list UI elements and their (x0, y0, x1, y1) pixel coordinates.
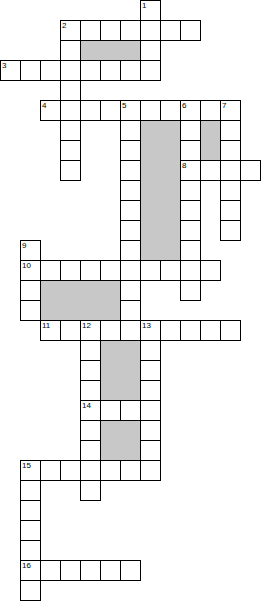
cell-r28-c2[interactable] (40, 560, 61, 581)
cell-r5-c2[interactable]: 4 (40, 100, 61, 121)
cell-r3-c4[interactable] (80, 60, 101, 81)
crossword-board: 12345678910111213141516 (0, 0, 261, 601)
cell-r11-c6[interactable] (120, 220, 141, 241)
cell-r16-c11[interactable] (220, 320, 241, 341)
cell-r13-c6[interactable] (120, 260, 141, 281)
cell-r10-c9[interactable] (180, 200, 201, 221)
cell-r23-c5[interactable] (100, 460, 121, 481)
cell-r28-c1[interactable]: 16 (20, 560, 41, 581)
cell-r27-c1[interactable] (20, 540, 41, 561)
cell-r16-c9[interactable] (180, 320, 201, 341)
cell-r26-c1[interactable] (20, 520, 41, 541)
cell-r20-c4[interactable]: 14 (80, 400, 101, 421)
cell-r3-c1[interactable] (20, 60, 41, 81)
clue-number-1: 1 (142, 1, 146, 10)
gray-block-1 (80, 40, 141, 61)
cell-r23-c1[interactable]: 15 (20, 460, 41, 481)
cell-r5-c8[interactable] (160, 100, 181, 121)
clue-number-15: 15 (22, 461, 31, 470)
cell-r15-c6[interactable] (120, 300, 141, 321)
cell-r21-c4[interactable] (80, 420, 101, 441)
cell-r7-c3[interactable] (60, 140, 81, 161)
cell-r13-c4[interactable] (80, 260, 101, 281)
cell-r5-c7[interactable] (140, 100, 161, 121)
cell-r7-c9[interactable] (180, 140, 201, 161)
cell-r1-c9[interactable] (180, 20, 201, 41)
cell-r8-c11[interactable] (220, 160, 241, 181)
cell-r19-c4[interactable] (80, 380, 101, 401)
cell-r23-c2[interactable] (40, 460, 61, 481)
gray-block-5 (100, 340, 141, 401)
cell-r8-c12[interactable] (240, 160, 261, 181)
cell-r7-c11[interactable] (220, 140, 241, 161)
clue-number-10: 10 (22, 261, 31, 270)
cell-r17-c4[interactable] (80, 340, 101, 361)
cell-r18-c4[interactable] (80, 360, 101, 381)
cell-r22-c4[interactable] (80, 440, 101, 461)
cell-r1-c7[interactable] (140, 20, 161, 41)
cell-r13-c10[interactable] (200, 260, 221, 281)
cell-r3-c6[interactable] (120, 60, 141, 81)
cell-r12-c6[interactable] (120, 240, 141, 261)
cell-r13-c2[interactable] (40, 260, 61, 281)
cell-r5-c3[interactable] (60, 100, 81, 121)
cell-r20-c6[interactable] (120, 400, 141, 421)
cell-r1-c3[interactable]: 2 (60, 20, 81, 41)
cell-r10-c11[interactable] (220, 200, 241, 221)
cell-r3-c0[interactable]: 3 (0, 60, 21, 81)
cell-r16-c8[interactable] (160, 320, 181, 341)
cell-r15-c1[interactable] (20, 300, 41, 321)
cell-r8-c10[interactable] (200, 160, 221, 181)
cell-r24-c4[interactable] (80, 480, 101, 501)
cell-r17-c7[interactable] (140, 340, 161, 361)
clue-number-6: 6 (182, 101, 186, 110)
cell-r8-c9[interactable]: 8 (180, 160, 201, 181)
cell-r28-c3[interactable] (60, 560, 81, 581)
cell-r0-c7[interactable]: 1 (140, 0, 161, 21)
cell-r12-c1[interactable]: 9 (20, 240, 41, 261)
cell-r7-c6[interactable] (120, 140, 141, 161)
cell-r24-c1[interactable] (20, 480, 41, 501)
clue-number-13: 13 (142, 321, 151, 330)
cell-r18-c7[interactable] (140, 360, 161, 381)
cell-r5-c4[interactable] (80, 100, 101, 121)
cell-r23-c3[interactable] (60, 460, 81, 481)
cell-r16-c7[interactable]: 13 (140, 320, 161, 341)
cell-r6-c6[interactable] (120, 120, 141, 141)
cell-r3-c3[interactable] (60, 60, 81, 81)
gray-block-6 (100, 420, 141, 461)
clue-number-16: 16 (22, 561, 31, 570)
cell-r16-c3[interactable] (60, 320, 81, 341)
cell-r8-c6[interactable] (120, 160, 141, 181)
cell-r1-c8[interactable] (160, 20, 181, 41)
cell-r21-c7[interactable] (140, 420, 161, 441)
cell-r9-c9[interactable] (180, 180, 201, 201)
cell-r23-c6[interactable] (120, 460, 141, 481)
gray-block-4 (40, 280, 121, 321)
cell-r6-c9[interactable] (180, 120, 201, 141)
cell-r5-c11[interactable]: 7 (220, 100, 241, 121)
cell-r13-c9[interactable] (180, 260, 201, 281)
cell-r13-c7[interactable] (140, 260, 161, 281)
cell-r3-c5[interactable] (100, 60, 121, 81)
cell-r14-c6[interactable] (120, 280, 141, 301)
cell-r6-c3[interactable] (60, 120, 81, 141)
gray-block-2 (140, 120, 181, 261)
cell-r5-c10[interactable] (200, 100, 221, 121)
cell-r3-c7[interactable] (140, 60, 161, 81)
gray-block-3 (200, 120, 221, 161)
clue-number-5: 5 (122, 101, 126, 110)
clue-number-2: 2 (62, 21, 66, 30)
cell-r28-c5[interactable] (100, 560, 121, 581)
cell-r16-c6[interactable] (120, 320, 141, 341)
cell-r23-c4[interactable] (80, 460, 101, 481)
cell-r29-c1[interactable] (20, 580, 41, 601)
cell-r20-c7[interactable] (140, 400, 161, 421)
cell-r11-c11[interactable] (220, 220, 241, 241)
cell-r1-c5[interactable] (100, 20, 121, 41)
clue-number-7: 7 (222, 101, 226, 110)
cell-r25-c1[interactable] (20, 500, 41, 521)
clue-number-12: 12 (82, 321, 91, 330)
cell-r9-c11[interactable] (220, 180, 241, 201)
clue-number-14: 14 (82, 401, 91, 410)
cell-r13-c5[interactable] (100, 260, 121, 281)
cell-r16-c5[interactable] (100, 320, 121, 341)
cell-r12-c9[interactable] (180, 240, 201, 261)
cell-r13-c1[interactable]: 10 (20, 260, 41, 281)
clue-number-3: 3 (2, 61, 6, 70)
cell-r19-c7[interactable] (140, 380, 161, 401)
cell-r11-c9[interactable] (180, 220, 201, 241)
cell-r13-c8[interactable] (160, 260, 181, 281)
clue-number-9: 9 (22, 241, 26, 250)
cell-r5-c5[interactable] (100, 100, 121, 121)
clue-number-11: 11 (42, 321, 50, 330)
cell-r22-c7[interactable] (140, 440, 161, 461)
cell-r23-c7[interactable] (140, 460, 161, 481)
cell-r28-c6[interactable] (120, 560, 141, 581)
cell-r10-c6[interactable] (120, 200, 141, 221)
cell-r2-c3[interactable] (60, 40, 81, 61)
cell-r3-c2[interactable] (40, 60, 61, 81)
cell-r28-c4[interactable] (80, 560, 101, 581)
cell-r14-c9[interactable] (180, 280, 201, 301)
cell-r5-c6[interactable]: 5 (120, 100, 141, 121)
cell-r8-c3[interactable] (60, 160, 81, 181)
cell-r20-c5[interactable] (100, 400, 121, 421)
cell-r2-c7[interactable] (140, 40, 161, 61)
cell-r13-c3[interactable] (60, 260, 81, 281)
cell-r16-c2[interactable]: 11 (40, 320, 61, 341)
cell-r16-c10[interactable] (200, 320, 221, 341)
cell-r4-c3[interactable] (60, 80, 81, 101)
cell-r9-c6[interactable] (120, 180, 141, 201)
clue-number-4: 4 (42, 101, 46, 110)
clue-number-8: 8 (182, 161, 186, 170)
cell-r6-c11[interactable] (220, 120, 241, 141)
cell-r14-c1[interactable] (20, 280, 41, 301)
cell-r5-c9[interactable]: 6 (180, 100, 201, 121)
cell-r1-c6[interactable] (120, 20, 141, 41)
cell-r1-c4[interactable] (80, 20, 101, 41)
cell-r16-c4[interactable]: 12 (80, 320, 101, 341)
